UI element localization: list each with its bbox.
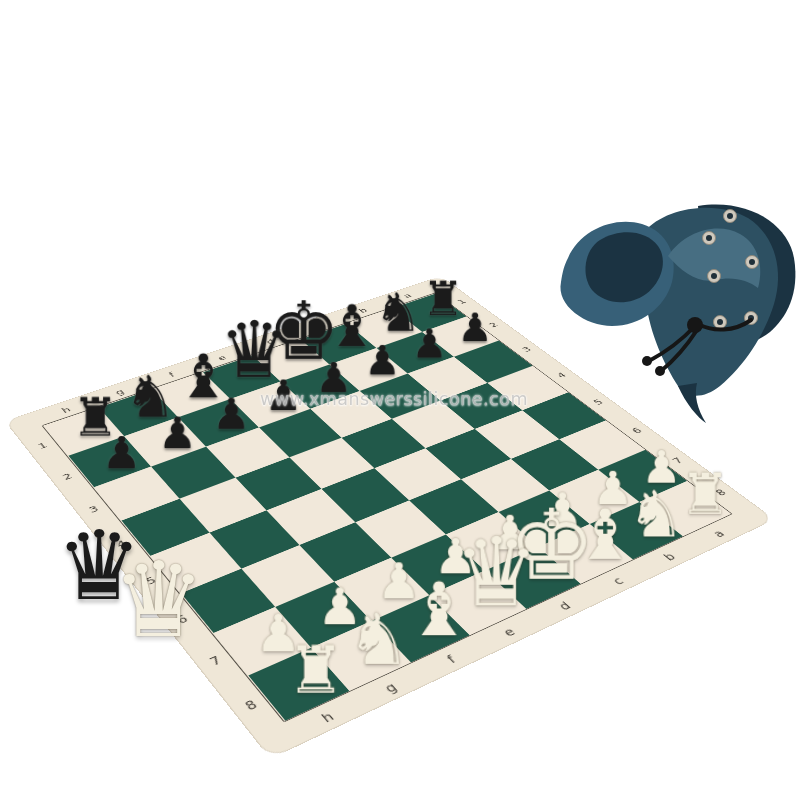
black-pawn: ♟ (457, 308, 492, 347)
black-pawn: ♟ (412, 324, 448, 364)
black-pawn: ♟ (158, 412, 197, 455)
white-extra-queen: ♛ (112, 548, 205, 652)
drawstring-bag (548, 196, 800, 428)
product-photo: hgfedcba1♜♞♝♛♚♝♞♜12♟♟♟♟♟♟♟♟2334455667♟♟♟… (0, 0, 800, 800)
white-knight: ♞ (347, 604, 411, 675)
black-pawn: ♟ (102, 431, 142, 475)
white-bishop: ♝ (406, 573, 472, 647)
watermark-text: www.xmanswerssilicone.com (260, 389, 528, 409)
black-pawn: ♟ (212, 393, 250, 436)
white-rook: ♜ (680, 467, 731, 524)
white-rook: ♜ (287, 638, 346, 703)
black-pawn: ♟ (364, 340, 400, 381)
bag-body (560, 205, 795, 423)
